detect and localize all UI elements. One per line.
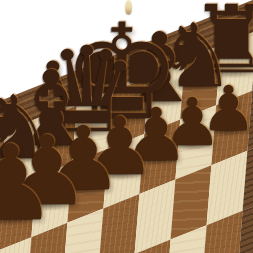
king-finial <box>125 0 132 14</box>
chess-set-photo: ♞♝♛♚♝♞♜♟♟♟♟♟♟♟ <box>0 0 253 253</box>
piece-pawn-b2: ♟ <box>0 131 57 235</box>
